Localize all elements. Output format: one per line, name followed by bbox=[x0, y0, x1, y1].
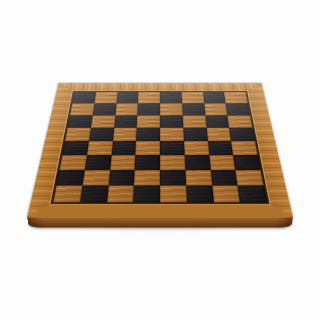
board-square bbox=[56, 170, 84, 186]
board-square bbox=[238, 186, 267, 203]
board-square bbox=[111, 141, 136, 155]
chessboard bbox=[27, 83, 293, 217]
board-top-face bbox=[27, 83, 293, 217]
scene bbox=[0, 0, 320, 320]
board-square bbox=[138, 92, 160, 103]
board-square bbox=[227, 115, 252, 128]
board-square bbox=[85, 155, 112, 170]
board-square bbox=[185, 170, 212, 186]
board-square bbox=[87, 141, 113, 155]
board-square bbox=[115, 103, 138, 115]
board-square bbox=[226, 103, 250, 115]
board-square bbox=[184, 155, 210, 170]
board-square bbox=[94, 92, 117, 103]
board-square bbox=[53, 186, 82, 203]
board-square bbox=[62, 141, 88, 155]
board-square bbox=[108, 170, 135, 186]
board-square bbox=[182, 103, 205, 115]
board-square bbox=[181, 92, 203, 103]
board-square bbox=[68, 115, 93, 128]
frame-near-rail bbox=[27, 202, 293, 217]
board-square bbox=[224, 92, 248, 103]
board-square bbox=[65, 128, 91, 141]
board-square bbox=[231, 141, 257, 155]
board-square bbox=[206, 128, 231, 141]
board-square bbox=[208, 141, 234, 155]
board-square bbox=[137, 115, 160, 128]
board-square bbox=[114, 115, 138, 128]
board-grid bbox=[51, 91, 270, 204]
board-square bbox=[160, 186, 187, 203]
board-square bbox=[136, 128, 160, 141]
board-square bbox=[80, 186, 108, 203]
frame-left-rail bbox=[27, 83, 76, 217]
board-square bbox=[70, 103, 94, 115]
board-square bbox=[210, 170, 237, 186]
board-square bbox=[160, 128, 184, 141]
board-square bbox=[138, 103, 160, 115]
board-square bbox=[91, 115, 115, 128]
board-square bbox=[107, 186, 135, 203]
board-square bbox=[59, 155, 86, 170]
board-square bbox=[160, 170, 186, 186]
board-square bbox=[229, 128, 255, 141]
board-square bbox=[135, 155, 160, 170]
board-square bbox=[233, 155, 260, 170]
board-square bbox=[160, 103, 182, 115]
board-square bbox=[93, 103, 117, 115]
board-square bbox=[89, 128, 114, 141]
board-square bbox=[186, 186, 214, 203]
board-square bbox=[116, 92, 138, 103]
board-square bbox=[204, 103, 228, 115]
board-square bbox=[160, 115, 183, 128]
board-square bbox=[134, 170, 160, 186]
board-square bbox=[205, 115, 229, 128]
board-square bbox=[136, 141, 160, 155]
board-square bbox=[160, 155, 185, 170]
board-square bbox=[110, 155, 136, 170]
board-square bbox=[82, 170, 109, 186]
board-square bbox=[72, 92, 96, 103]
board-square bbox=[133, 186, 160, 203]
board-square bbox=[203, 92, 226, 103]
board-square bbox=[209, 155, 236, 170]
board-square bbox=[160, 141, 184, 155]
board-square bbox=[184, 141, 209, 155]
board-square bbox=[235, 170, 263, 186]
board-square bbox=[113, 128, 137, 141]
board-square bbox=[183, 128, 207, 141]
board-square bbox=[212, 186, 240, 203]
board-square bbox=[160, 92, 182, 103]
frame-right-rail bbox=[244, 83, 293, 217]
board-square bbox=[182, 115, 206, 128]
product-photo bbox=[0, 0, 320, 320]
board-front-edge bbox=[27, 217, 293, 227]
